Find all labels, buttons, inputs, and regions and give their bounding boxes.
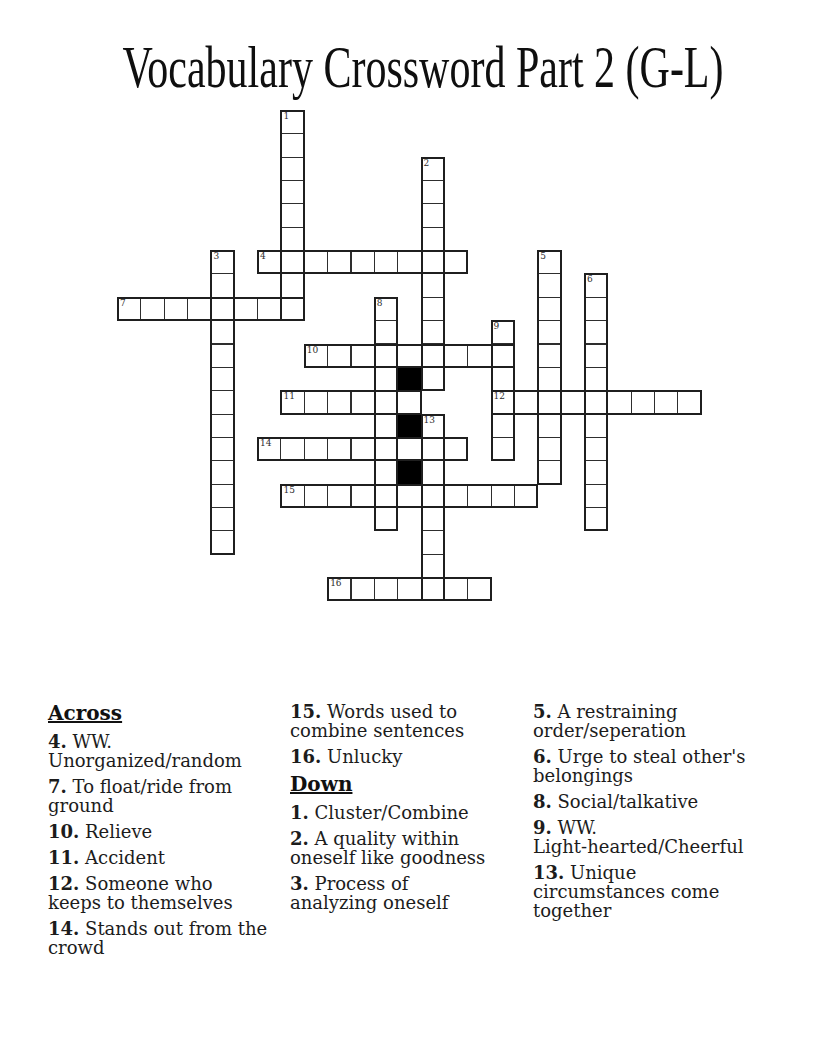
grid-cell[interactable] <box>631 390 655 414</box>
grid-cell[interactable] <box>421 460 445 484</box>
clue-across-14: 14. Stands out from thecrowd <box>48 919 267 957</box>
clue-down-5: 5. A restrainingorder/seperation <box>533 702 745 740</box>
grid-cell[interactable] <box>280 273 304 297</box>
grid-cell[interactable]: 7 <box>117 297 141 321</box>
grid-cell[interactable] <box>537 344 561 368</box>
grid-cell[interactable] <box>421 367 445 391</box>
black-cell <box>397 460 421 484</box>
grid-cell[interactable] <box>280 203 304 227</box>
grid-cell[interactable] <box>584 344 608 368</box>
grid-cell[interactable] <box>280 297 304 321</box>
grid-cell[interactable]: 9 <box>491 320 515 344</box>
grid-cell[interactable]: 16 <box>327 577 351 601</box>
grid-cell[interactable] <box>304 390 328 414</box>
grid-cell[interactable]: 15 <box>280 484 304 508</box>
grid-cell[interactable] <box>421 344 445 368</box>
grid-cell[interactable]: 3 <box>210 250 234 274</box>
puzzle-title: Vocabulary Crossword Part 2 (G-L) <box>122 33 693 102</box>
grid-cell[interactable] <box>210 460 234 484</box>
grid-cell[interactable] <box>491 344 515 368</box>
grid-cell[interactable] <box>584 367 608 391</box>
grid-cell[interactable] <box>537 273 561 297</box>
grid-cell[interactable] <box>514 484 538 508</box>
grid-cell[interactable] <box>444 250 468 274</box>
clue-number: 13 <box>424 416 435 425</box>
grid-cell[interactable] <box>537 460 561 484</box>
clue-across-15: 15. Words used tocombine sentences <box>290 702 485 740</box>
grid-cell[interactable]: 5 <box>537 250 561 274</box>
clue-number: 9 <box>494 322 500 331</box>
grid-cell[interactable]: 8 <box>374 297 398 321</box>
grid-cell[interactable] <box>491 437 515 461</box>
grid-cell[interactable] <box>210 273 234 297</box>
grid-cell[interactable] <box>421 297 445 321</box>
grid-cell[interactable]: 2 <box>421 157 445 181</box>
clue-number: 11 <box>283 392 294 401</box>
grid-cell[interactable] <box>374 460 398 484</box>
page: Vocabulary Crossword Part 2 (G-L) 123456… <box>0 0 816 1056</box>
grid-cell[interactable] <box>491 484 515 508</box>
grid-cell[interactable] <box>374 577 398 601</box>
grid-cell[interactable] <box>421 530 445 554</box>
grid-cell[interactable] <box>327 344 351 368</box>
grid-cell[interactable] <box>351 250 375 274</box>
grid-cell[interactable] <box>421 554 445 578</box>
grid-cell[interactable] <box>584 484 608 508</box>
grid-cell[interactable] <box>421 484 445 508</box>
grid-cell[interactable] <box>467 484 491 508</box>
grid-cell[interactable] <box>537 320 561 344</box>
clue-heading-down: Down <box>290 773 485 796</box>
grid-cell[interactable]: 1 <box>280 110 304 134</box>
grid-cell[interactable] <box>374 390 398 414</box>
grid-cell[interactable] <box>561 390 585 414</box>
grid-cell[interactable] <box>210 297 234 321</box>
grid-cell[interactable] <box>467 577 491 601</box>
grid-cell[interactable] <box>280 227 304 251</box>
clue-down-3: 3. Process ofanalyzing oneself <box>290 874 485 912</box>
grid-cell[interactable] <box>210 484 234 508</box>
clue-number: 4 <box>260 252 266 261</box>
grid-cell[interactable] <box>374 320 398 344</box>
grid-cell[interactable] <box>654 390 678 414</box>
black-cell <box>397 414 421 438</box>
grid-cell[interactable] <box>444 344 468 368</box>
grid-cell[interactable] <box>304 484 328 508</box>
grid-cell[interactable] <box>537 367 561 391</box>
clues-column-3: 5. A restrainingorder/seperation6. Urge … <box>533 702 745 927</box>
grid-cell[interactable] <box>421 577 445 601</box>
crossword-grid: 12345678912101113141516 <box>117 110 702 601</box>
grid-cell[interactable] <box>374 250 398 274</box>
grid-cell[interactable] <box>374 484 398 508</box>
grid-cell[interactable] <box>280 133 304 157</box>
grid-cell[interactable] <box>210 530 234 554</box>
clue-number: 16 <box>330 579 341 588</box>
grid-cell[interactable] <box>537 390 561 414</box>
grid-cell[interactable] <box>327 250 351 274</box>
grid-cell[interactable] <box>374 414 398 438</box>
grid-cell[interactable] <box>421 437 445 461</box>
grid-cell[interactable] <box>327 484 351 508</box>
grid-cell[interactable] <box>187 297 211 321</box>
grid-cell[interactable] <box>397 390 421 414</box>
clue-heading-across: Across <box>48 702 267 725</box>
grid-cell[interactable] <box>327 390 351 414</box>
grid-cell[interactable] <box>467 344 491 368</box>
grid-cell[interactable]: 11 <box>280 390 304 414</box>
grid-cell[interactable] <box>210 390 234 414</box>
grid-cell[interactable] <box>397 484 421 508</box>
grid-cell[interactable] <box>444 437 468 461</box>
clue-number: 10 <box>307 346 318 355</box>
grid-cell[interactable] <box>584 320 608 344</box>
grid-cell[interactable] <box>421 180 445 204</box>
grid-cell[interactable] <box>234 297 258 321</box>
grid-cell[interactable] <box>491 414 515 438</box>
grid-cell[interactable] <box>140 297 164 321</box>
grid-cell[interactable] <box>351 484 375 508</box>
clue-across-12: 12. Someone whokeeps to themselves <box>48 874 267 912</box>
grid-cell[interactable] <box>397 250 421 274</box>
grid-cell[interactable] <box>444 484 468 508</box>
grid-cell[interactable] <box>584 414 608 438</box>
clue-number: 8 <box>377 299 383 308</box>
grid-cell[interactable] <box>210 437 234 461</box>
clue-down-6: 6. Urge to steal other'sbelongings <box>533 747 745 785</box>
clue-across-16: 16. Unlucky <box>290 747 485 766</box>
grid-cell[interactable]: 10 <box>304 344 328 368</box>
grid-cell[interactable] <box>210 344 234 368</box>
grid-cell[interactable] <box>421 227 445 251</box>
grid-cell[interactable] <box>280 157 304 181</box>
grid-cell[interactable] <box>351 577 375 601</box>
grid-cell[interactable] <box>210 414 234 438</box>
grid-cell[interactable] <box>607 390 631 414</box>
grid-cell[interactable] <box>491 367 515 391</box>
clue-number: 2 <box>424 159 430 168</box>
grid-cell[interactable] <box>421 273 445 297</box>
grid-cell[interactable] <box>677 390 701 414</box>
grid-cell[interactable] <box>304 437 328 461</box>
grid-cell[interactable]: 14 <box>257 437 281 461</box>
grid-cell[interactable] <box>537 437 561 461</box>
clues-column-1: Across4. WW.Unorganized/random7. To floa… <box>48 702 267 964</box>
grid-cell[interactable] <box>514 390 538 414</box>
clue-across-10: 10. Relieve <box>48 822 267 841</box>
clue-down-1: 1. Cluster/Combine <box>290 803 485 822</box>
clue-down-13: 13. Uniquecircumstances cometogether <box>533 863 745 920</box>
clue-number: 5 <box>540 252 546 261</box>
grid-cell[interactable] <box>280 437 304 461</box>
clue-number: 12 <box>494 392 505 401</box>
clue-number: 15 <box>283 486 294 495</box>
grid-cell[interactable] <box>421 507 445 531</box>
grid-cell[interactable] <box>421 250 445 274</box>
grid-cell[interactable] <box>351 390 375 414</box>
grid-cell[interactable] <box>210 507 234 531</box>
grid-cell[interactable] <box>584 297 608 321</box>
grid-cell[interactable]: 4 <box>257 250 281 274</box>
clue-down-8: 8. Social/talkative <box>533 792 745 811</box>
grid-cell[interactable] <box>210 320 234 344</box>
clue-across-7: 7. To float/ride fromground <box>48 777 267 815</box>
clue-number: 1 <box>283 112 289 121</box>
grid-cell[interactable] <box>584 460 608 484</box>
grid-cell[interactable] <box>374 507 398 531</box>
clue-number: 3 <box>213 252 219 261</box>
clues-column-2: 15. Words used tocombine sentences16. Un… <box>290 702 485 919</box>
grid-cell[interactable] <box>164 297 188 321</box>
grid-cell[interactable] <box>351 344 375 368</box>
grid-cell[interactable] <box>421 203 445 227</box>
grid-cell[interactable] <box>397 437 421 461</box>
grid-cell[interactable] <box>397 344 421 368</box>
grid-cell[interactable]: 13 <box>421 414 445 438</box>
grid-cell[interactable] <box>444 577 468 601</box>
grid-cell[interactable] <box>327 437 351 461</box>
grid-cell[interactable] <box>374 367 398 391</box>
grid-cell[interactable] <box>374 437 398 461</box>
clue-down-9: 9. WW.Light-hearted/Cheerful <box>533 818 745 856</box>
grid-cell[interactable] <box>304 250 328 274</box>
grid-cell[interactable] <box>537 414 561 438</box>
grid-cell[interactable] <box>584 507 608 531</box>
grid-cell[interactable] <box>351 437 375 461</box>
grid-cell[interactable] <box>584 390 608 414</box>
grid-cell[interactable] <box>374 344 398 368</box>
grid-cell[interactable] <box>537 297 561 321</box>
grid-cell[interactable] <box>210 367 234 391</box>
grid-cell[interactable] <box>584 437 608 461</box>
clue-across-4: 4. WW.Unorganized/random <box>48 732 267 770</box>
clue-number: 14 <box>260 439 271 448</box>
grid-cell[interactable]: 12 <box>491 390 515 414</box>
clue-number: 6 <box>587 275 593 284</box>
grid-cell[interactable] <box>421 320 445 344</box>
grid-cell[interactable] <box>280 250 304 274</box>
clue-across-11: 11. Accident <box>48 848 267 867</box>
black-cell <box>397 367 421 391</box>
clue-number: 7 <box>120 299 126 308</box>
grid-cell[interactable]: 6 <box>584 273 608 297</box>
clue-down-2: 2. A quality withinoneself like goodness <box>290 829 485 867</box>
grid-cell[interactable] <box>397 577 421 601</box>
grid-cell[interactable] <box>257 297 281 321</box>
grid-cell[interactable] <box>280 180 304 204</box>
